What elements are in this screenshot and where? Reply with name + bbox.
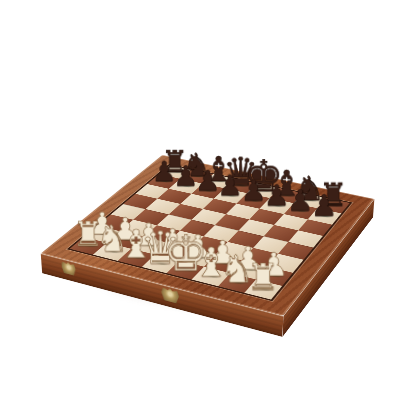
brass-clasp-left [61, 261, 76, 277]
chessboard-scene: ♜♞♝♛♚♝♞♜♟♟♟♟♟♟♟♟♟♟♟♟♟♟♟♟♜♞♝♛♚♝♞♜ [0, 0, 400, 400]
product-photo-stage: ♜♞♝♛♚♝♞♜♟♟♟♟♟♟♟♟♟♟♟♟♟♟♟♟♜♞♝♛♚♝♞♜ [0, 0, 400, 400]
brass-clasp-center [161, 286, 179, 304]
